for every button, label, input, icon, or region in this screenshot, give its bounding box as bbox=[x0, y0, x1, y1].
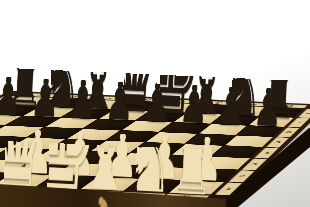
chess-set-photo: ABCDEFGH 87654321 87654321 ABCDEFGH ♜♞♝♛… bbox=[0, 0, 310, 207]
piece-white-rook-h1[interactable]: ♜ bbox=[178, 148, 206, 192]
perspective-camera: ABCDEFGH 87654321 87654321 ABCDEFGH ♜♞♝♛… bbox=[0, 0, 246, 205]
piece-black-pawn-h7[interactable]: ♟ bbox=[256, 88, 280, 126]
piece-white-queen-d1[interactable]: ♛ bbox=[4, 141, 32, 185]
piece-white-king-e1[interactable]: ♚ bbox=[47, 143, 75, 187]
piece-black-pawn-g7[interactable]: ♟ bbox=[219, 86, 243, 124]
chess-board: ABCDEFGH 87654321 87654321 ABCDEFGH ♜♞♝♛… bbox=[0, 91, 310, 203]
piece-white-knight-g1[interactable]: ♞ bbox=[135, 146, 163, 190]
knight-emblem-icon: ♞ bbox=[95, 192, 111, 207]
